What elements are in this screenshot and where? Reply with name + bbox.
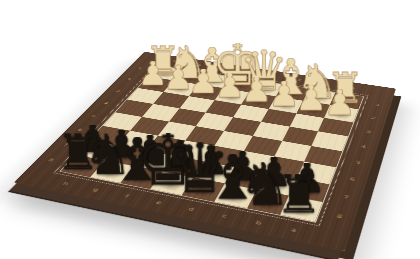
file-label: d [260,72,288,80]
piece-shadow [153,69,177,78]
file-label: b [312,79,341,88]
rank-label: 5 [82,108,105,123]
file-label: h [161,57,188,65]
piece-shadow [262,177,291,192]
piece-shadow [193,87,218,97]
rank-label: 3 [107,84,129,98]
piece-shadow [228,80,252,90]
file-label: g [78,183,115,196]
file-label: c [205,208,243,223]
chess-photo-scene: hgfedcba hgfedcba 12345678 12345678 ♜♞♝♚… [0,0,420,259]
square-d5 [214,131,252,151]
piece-shadow [143,80,168,90]
piece-shadow [156,177,187,192]
rank-label: 8 [329,205,350,228]
square-d4 [224,117,261,136]
piece-shadow [125,171,156,185]
piece-shadow [219,91,244,101]
piece-shadow [81,144,110,157]
chess-board: hgfedcba hgfedcba 12345678 12345678 ♜♞♝♚… [14,51,396,251]
piece-shadow [329,108,354,119]
rank-label: 8 [37,151,64,169]
rank-label: 6 [68,122,93,138]
playing-area-grid: ♜♞♝♚♛♝♞♜♟♟♟♟♟♟♟♟♟♟♟♟♟♟♟♟♜♞♝♚♛♝♞♜ [59,65,364,222]
square-a3 [318,117,353,136]
playing-area-border: ♜♞♝♚♛♝♞♜♟♟♟♟♟♟♟♟♟♟♟♟♟♟♟♟♜♞♝♚♛♝♞♜ [59,65,364,222]
file-label: a [274,222,313,238]
piece-shadow [286,201,317,217]
piece-shadow [280,88,304,98]
piece-shadow [177,72,201,81]
piece-shadow [66,160,96,174]
piece-shadow [168,83,193,93]
piece-shadow [273,100,298,111]
rank-label: 1 [130,62,150,74]
rank-label: 4 [355,138,373,155]
rank-label: 7 [336,186,356,207]
piece-shadow [168,160,197,174]
file-label: e [140,195,177,209]
file-label: f [108,189,145,203]
rank-label: 5 [349,153,367,171]
piece-shadow [187,183,218,198]
piece-shadow [110,149,139,162]
rank-label: 6 [343,169,362,189]
piece-shadow [246,96,271,106]
square-a8: ♜ [280,195,322,221]
piece-shadow [294,183,323,198]
rank-label: 3 [360,124,377,140]
square-b3 [289,113,324,131]
piece-shadow [254,84,278,94]
piece-shadow [252,195,283,211]
file-label: a [338,83,367,92]
file-label: c [285,76,314,84]
piece-shadow [334,96,358,106]
rank-label: 2 [119,73,140,86]
piece-shadow [139,155,168,169]
rank-label: 2 [365,110,381,125]
file-label: f [210,64,238,72]
file-label: b [239,215,278,230]
file-label: g [185,61,213,69]
file-label: e [234,68,262,76]
piece-shadow [199,166,228,180]
piece-shadow [202,76,226,85]
rank-label: 1 [370,98,386,112]
file-label: d [172,202,210,216]
piece-shadow [307,92,331,102]
rank-label: 4 [95,96,117,110]
piece-shadow [230,171,259,185]
rank-label: 7 [53,136,79,153]
piece-shadow [300,104,325,115]
piece-shadow [96,165,126,179]
piece-shadow [219,189,250,204]
